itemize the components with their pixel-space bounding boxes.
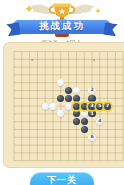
stone-white <box>42 103 49 110</box>
stone-black <box>81 118 88 125</box>
stone-black-move-3: 3 <box>88 103 95 110</box>
board-star-dot <box>31 59 33 61</box>
stone-black <box>73 95 80 102</box>
next-level-button[interactable]: 下一关 <box>30 172 94 185</box>
stone-black-move-7: 7 <box>104 103 111 110</box>
board-star-dot <box>93 59 95 61</box>
stone-black <box>81 103 88 110</box>
stone-black <box>73 103 80 110</box>
success-banner: 挑战成功 <box>13 20 111 34</box>
stone-black <box>88 95 95 102</box>
stone-white-move-6: 6 <box>88 134 95 141</box>
stone-black <box>65 95 72 102</box>
gomoku-board: 2357146 <box>3 42 124 168</box>
success-banner-text: 挑战成功 <box>39 20 85 33</box>
ribbon-knot <box>55 34 69 38</box>
stone-white <box>65 103 72 110</box>
app-screen: 挑战成功 第7关，4回合 2357146 下一关 <box>0 0 124 185</box>
stone-white <box>73 87 80 94</box>
stone-black <box>81 126 88 133</box>
stone-white-move-2: 2 <box>88 87 95 94</box>
stone-white <box>49 103 56 110</box>
